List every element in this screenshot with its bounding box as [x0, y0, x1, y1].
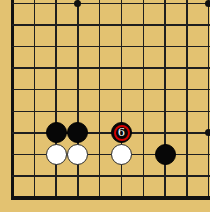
grid-vline: [186, 0, 188, 198]
star-point: [205, 0, 210, 7]
grid-vline: [208, 0, 210, 198]
grid-hline: [12, 24, 210, 26]
grid-vline: [34, 0, 36, 198]
stone-black: [67, 122, 88, 143]
go-diagram: 6: [0, 0, 210, 212]
board-edge-left: [11, 0, 14, 200]
grid-vline: [143, 0, 145, 198]
grid-vline: [121, 0, 123, 198]
grid-vline: [55, 0, 57, 198]
star-point: [74, 0, 81, 7]
grid-hline: [12, 111, 210, 113]
grid-hline: [12, 3, 210, 5]
stone-black: [46, 122, 67, 143]
stone-white: [67, 144, 88, 165]
move-number-label: 6: [112, 123, 131, 142]
grid-vline: [164, 0, 166, 198]
stone-black: 6: [111, 122, 132, 143]
go-board[interactable]: 6: [0, 0, 210, 212]
star-point: [205, 129, 210, 136]
grid-hline: [12, 46, 210, 48]
stone-black: [155, 144, 176, 165]
grid-vline: [77, 0, 79, 198]
board-edge-bottom: [11, 196, 210, 200]
stone-white: [46, 144, 67, 165]
grid-vline: [99, 0, 101, 198]
grid-hline: [12, 175, 210, 177]
stone-white: [111, 144, 132, 165]
grid-hline: [12, 67, 210, 69]
grid-hline: [12, 89, 210, 91]
